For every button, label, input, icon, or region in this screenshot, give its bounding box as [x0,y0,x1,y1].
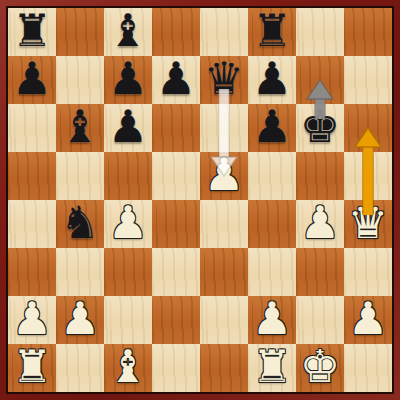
black-pawn-d7: ♟ [156,56,196,103]
white-pawn-b2: ♟ [60,296,100,343]
square-d6[interactable] [152,104,200,152]
square-h8[interactable] [344,8,392,56]
square-b1[interactable] [56,344,104,392]
chess-board-diagram: ♜♝♜♟♟♟♛♟♝♟♟♚♟♞♟♟♛♟♟♟♟♜♝♜♚ [0,0,400,400]
white-pawn-a2: ♟ [12,296,52,343]
square-g1[interactable]: ♚ [296,344,344,392]
square-e8[interactable] [200,8,248,56]
white-king-g1: ♚ [300,344,340,391]
square-g5[interactable] [296,152,344,200]
square-b6[interactable]: ♝ [56,104,104,152]
square-f7[interactable]: ♟ [248,56,296,104]
square-h5[interactable] [344,152,392,200]
square-b7[interactable] [56,56,104,104]
square-c6[interactable]: ♟ [104,104,152,152]
square-h4[interactable]: ♛ [344,200,392,248]
black-bishop-b6: ♝ [60,104,100,151]
white-pawn-h2: ♟ [348,296,388,343]
square-g7[interactable] [296,56,344,104]
black-pawn-f6: ♟ [252,104,292,151]
square-d4[interactable] [152,200,200,248]
square-c1[interactable]: ♝ [104,344,152,392]
square-a4[interactable] [8,200,56,248]
white-rook-f1: ♜ [252,344,292,391]
black-bishop-c8: ♝ [108,8,148,55]
square-c2[interactable] [104,296,152,344]
white-pawn-e5: ♟ [204,152,244,199]
square-f3[interactable] [248,248,296,296]
square-a7[interactable]: ♟ [8,56,56,104]
square-a1[interactable]: ♜ [8,344,56,392]
black-rook-f8: ♜ [252,8,292,55]
black-pawn-a7: ♟ [12,56,52,103]
square-b5[interactable] [56,152,104,200]
square-e3[interactable] [200,248,248,296]
square-e1[interactable] [200,344,248,392]
black-pawn-c7: ♟ [108,56,148,103]
square-f5[interactable] [248,152,296,200]
square-c5[interactable] [104,152,152,200]
square-e2[interactable] [200,296,248,344]
black-pawn-c6: ♟ [108,104,148,151]
square-b8[interactable] [56,8,104,56]
square-d5[interactable] [152,152,200,200]
square-b4[interactable]: ♞ [56,200,104,248]
board-inner-edge: ♜♝♜♟♟♟♛♟♝♟♟♚♟♞♟♟♛♟♟♟♟♜♝♜♚ [6,6,394,394]
square-c4[interactable]: ♟ [104,200,152,248]
square-e6[interactable] [200,104,248,152]
square-g8[interactable] [296,8,344,56]
square-d8[interactable] [152,8,200,56]
square-f1[interactable]: ♜ [248,344,296,392]
square-h6[interactable] [344,104,392,152]
white-pawn-c4: ♟ [108,200,148,247]
square-a5[interactable] [8,152,56,200]
square-g4[interactable]: ♟ [296,200,344,248]
square-h1[interactable] [344,344,392,392]
square-a2[interactable]: ♟ [8,296,56,344]
white-bishop-c1: ♝ [108,344,148,391]
square-e5[interactable]: ♟ [200,152,248,200]
square-g2[interactable] [296,296,344,344]
square-a6[interactable] [8,104,56,152]
black-knight-b4: ♞ [60,200,100,247]
square-g6[interactable]: ♚ [296,104,344,152]
white-rook-a1: ♜ [12,344,52,391]
board-frame: ♜♝♜♟♟♟♛♟♝♟♟♚♟♞♟♟♛♟♟♟♟♜♝♜♚ [0,0,400,400]
square-a3[interactable] [8,248,56,296]
square-g3[interactable] [296,248,344,296]
square-f2[interactable]: ♟ [248,296,296,344]
square-b2[interactable]: ♟ [56,296,104,344]
white-pawn-g4: ♟ [300,200,340,247]
square-h7[interactable] [344,56,392,104]
white-pawn-f2: ♟ [252,296,292,343]
square-c8[interactable]: ♝ [104,8,152,56]
square-d7[interactable]: ♟ [152,56,200,104]
square-d1[interactable] [152,344,200,392]
square-c3[interactable] [104,248,152,296]
square-f8[interactable]: ♜ [248,8,296,56]
black-queen-e7: ♛ [204,56,244,103]
square-c7[interactable]: ♟ [104,56,152,104]
square-d2[interactable] [152,296,200,344]
board: ♜♝♜♟♟♟♛♟♝♟♟♚♟♞♟♟♛♟♟♟♟♜♝♜♚ [8,8,392,392]
square-h2[interactable]: ♟ [344,296,392,344]
black-king-g6: ♚ [300,104,340,151]
square-f6[interactable]: ♟ [248,104,296,152]
black-rook-a8: ♜ [12,8,52,55]
square-e4[interactable] [200,200,248,248]
square-f4[interactable] [248,200,296,248]
square-d3[interactable] [152,248,200,296]
square-h3[interactable] [344,248,392,296]
square-e7[interactable]: ♛ [200,56,248,104]
square-a8[interactable]: ♜ [8,8,56,56]
square-b3[interactable] [56,248,104,296]
white-queen-h4: ♛ [348,200,388,247]
black-pawn-f7: ♟ [252,56,292,103]
